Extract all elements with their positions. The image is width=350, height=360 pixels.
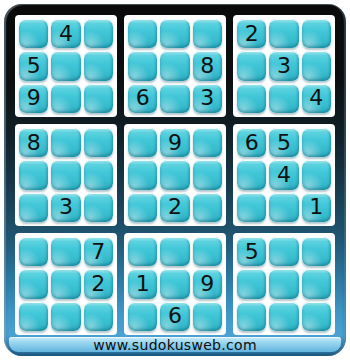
sudoku-box-1-3: 234 xyxy=(233,15,335,117)
cell-digit: 9 xyxy=(168,132,182,154)
cell-r9c6[interactable] xyxy=(193,302,222,331)
cell-r8c6[interactable]: 9 xyxy=(193,269,222,298)
cell-r1c8[interactable] xyxy=(269,19,298,48)
cell-r2c2[interactable] xyxy=(51,51,80,80)
cell-digit: 4 xyxy=(277,164,291,186)
cell-r1c6[interactable] xyxy=(193,19,222,48)
cell-r5c5[interactable] xyxy=(160,160,189,189)
cell-r9c8[interactable] xyxy=(269,302,298,331)
cell-digit: 8 xyxy=(27,132,41,154)
cell-digit: 6 xyxy=(245,132,259,154)
cell-r7c5[interactable] xyxy=(160,237,189,266)
cell-r5c4[interactable] xyxy=(128,160,157,189)
cell-r3c7[interactable] xyxy=(237,84,266,113)
cell-r6c6[interactable] xyxy=(193,193,222,222)
cell-r1c2[interactable]: 4 xyxy=(51,19,80,48)
sudoku-box-3-1: 72 xyxy=(15,233,117,335)
cell-r7c4[interactable] xyxy=(128,237,157,266)
cell-r2c4[interactable] xyxy=(128,51,157,80)
cell-r3c1[interactable]: 9 xyxy=(19,84,48,113)
cell-r8c4[interactable]: 1 xyxy=(128,269,157,298)
cell-r2c6[interactable]: 8 xyxy=(193,51,222,80)
cell-r1c4[interactable] xyxy=(128,19,157,48)
cell-digit: 8 xyxy=(200,55,214,77)
cell-digit: 9 xyxy=(200,273,214,295)
cell-digit: 6 xyxy=(168,305,182,327)
cell-digit: 3 xyxy=(200,87,214,109)
cell-r9c3[interactable] xyxy=(84,302,113,331)
cell-r4c4[interactable] xyxy=(128,128,157,157)
cell-r3c2[interactable] xyxy=(51,84,80,113)
cell-digit: 5 xyxy=(245,241,259,263)
sudoku-box-2-1: 83 xyxy=(15,124,117,226)
cell-r7c3[interactable]: 7 xyxy=(84,237,113,266)
cell-r8c1[interactable] xyxy=(19,269,48,298)
cell-r3c9[interactable]: 4 xyxy=(302,84,331,113)
cell-digit: 2 xyxy=(245,23,259,45)
cell-r8c5[interactable] xyxy=(160,269,189,298)
cell-r5c8[interactable]: 4 xyxy=(269,160,298,189)
cell-r4c6[interactable] xyxy=(193,128,222,157)
cell-r1c9[interactable] xyxy=(302,19,331,48)
cell-r3c5[interactable] xyxy=(160,84,189,113)
cell-r5c9[interactable] xyxy=(302,160,331,189)
cell-r6c1[interactable] xyxy=(19,193,48,222)
cell-r5c3[interactable] xyxy=(84,160,113,189)
cell-r5c6[interactable] xyxy=(193,160,222,189)
cell-r4c5[interactable]: 9 xyxy=(160,128,189,157)
cell-digit: 5 xyxy=(277,132,291,154)
cell-digit: 4 xyxy=(59,23,73,45)
cell-r9c2[interactable] xyxy=(51,302,80,331)
cell-r6c9[interactable]: 1 xyxy=(302,193,331,222)
cell-r7c6[interactable] xyxy=(193,237,222,266)
sudoku-page: 45986323483926541721965 www.sudokusweb.c… xyxy=(0,0,350,360)
footer-bar: www.sudokusweb.com xyxy=(9,337,341,352)
cell-r3c6[interactable]: 3 xyxy=(193,84,222,113)
cell-digit: 2 xyxy=(168,196,182,218)
cell-r4c1[interactable]: 8 xyxy=(19,128,48,157)
cell-r9c4[interactable] xyxy=(128,302,157,331)
cell-r6c2[interactable]: 3 xyxy=(51,193,80,222)
cell-r4c2[interactable] xyxy=(51,128,80,157)
cell-r3c4[interactable]: 6 xyxy=(128,84,157,113)
cell-r1c3[interactable] xyxy=(84,19,113,48)
sudoku-box-3-2: 196 xyxy=(124,233,226,335)
cell-r2c1[interactable]: 5 xyxy=(19,51,48,80)
cell-r4c9[interactable] xyxy=(302,128,331,157)
cell-r7c1[interactable] xyxy=(19,237,48,266)
cell-digit: 1 xyxy=(136,273,150,295)
cell-digit: 9 xyxy=(27,87,41,109)
cell-digit: 5 xyxy=(27,55,41,77)
cell-r6c7[interactable] xyxy=(237,193,266,222)
sudoku-box-2-3: 6541 xyxy=(233,124,335,226)
cell-r1c7[interactable]: 2 xyxy=(237,19,266,48)
cell-r5c1[interactable] xyxy=(19,160,48,189)
cell-r7c8[interactable] xyxy=(269,237,298,266)
sudoku-box-1-1: 459 xyxy=(15,15,117,117)
cell-r6c8[interactable] xyxy=(269,193,298,222)
cell-r7c2[interactable] xyxy=(51,237,80,266)
cell-digit: 6 xyxy=(136,87,150,109)
website-watermark: www.sudokusweb.com xyxy=(93,337,257,353)
cell-digit: 4 xyxy=(309,87,323,109)
cell-r8c2[interactable] xyxy=(51,269,80,298)
sudoku-board: 45986323483926541721965 xyxy=(15,15,335,335)
cell-digit: 3 xyxy=(59,196,73,218)
cell-r7c7[interactable]: 5 xyxy=(237,237,266,266)
cell-r1c5[interactable] xyxy=(160,19,189,48)
sudoku-box-2-2: 92 xyxy=(124,124,226,226)
cell-r3c8[interactable] xyxy=(269,84,298,113)
cell-r4c8[interactable]: 5 xyxy=(269,128,298,157)
cell-r8c7[interactable] xyxy=(237,269,266,298)
cell-r6c3[interactable] xyxy=(84,193,113,222)
cell-digit: 1 xyxy=(309,196,323,218)
cell-r9c5[interactable]: 6 xyxy=(160,302,189,331)
cell-r2c5[interactable] xyxy=(160,51,189,80)
cell-r7c9[interactable] xyxy=(302,237,331,266)
cell-r2c3[interactable] xyxy=(84,51,113,80)
cell-r6c5[interactable]: 2 xyxy=(160,193,189,222)
cell-r2c7[interactable] xyxy=(237,51,266,80)
cell-r9c1[interactable] xyxy=(19,302,48,331)
sudoku-box-1-2: 863 xyxy=(124,15,226,117)
cell-r5c2[interactable] xyxy=(51,160,80,189)
cell-r8c3[interactable]: 2 xyxy=(84,269,113,298)
cell-r4c7[interactable]: 6 xyxy=(237,128,266,157)
cell-digit: 7 xyxy=(91,241,105,263)
cell-digit: 3 xyxy=(277,55,291,77)
cell-r9c7[interactable] xyxy=(237,302,266,331)
sudoku-frame: 45986323483926541721965 www.sudokusweb.c… xyxy=(4,4,346,356)
cell-r1c1[interactable] xyxy=(19,19,48,48)
cell-digit: 2 xyxy=(91,273,105,295)
sudoku-box-3-3: 5 xyxy=(233,233,335,335)
cell-r6c4[interactable] xyxy=(128,193,157,222)
cell-r8c8[interactable] xyxy=(269,269,298,298)
cell-r5c7[interactable] xyxy=(237,160,266,189)
cell-r9c9[interactable] xyxy=(302,302,331,331)
cell-r2c8[interactable]: 3 xyxy=(269,51,298,80)
cell-r3c3[interactable] xyxy=(84,84,113,113)
cell-r4c3[interactable] xyxy=(84,128,113,157)
cell-r8c9[interactable] xyxy=(302,269,331,298)
cell-r2c9[interactable] xyxy=(302,51,331,80)
